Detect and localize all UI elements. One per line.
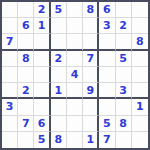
cell-r3c6[interactable]	[83, 34, 99, 50]
cell-r7c8[interactable]	[116, 99, 132, 115]
sudoku-board: 25866132788275421933176585817	[0, 0, 150, 150]
cell-r5c2[interactable]	[18, 67, 34, 83]
cell-r2c9[interactable]	[132, 18, 148, 34]
cell-r2c6[interactable]	[83, 18, 99, 34]
cell-r2c7-given: 3	[99, 18, 115, 34]
cell-r4c6-given: 7	[83, 51, 99, 67]
cell-r1c2[interactable]	[18, 2, 34, 18]
cell-r1c4-given: 5	[51, 2, 67, 18]
cell-r4c8-given: 5	[116, 51, 132, 67]
cell-r9c5[interactable]	[67, 132, 83, 148]
cell-r7c6[interactable]	[83, 99, 99, 115]
cell-r6c9[interactable]	[132, 83, 148, 99]
cell-r5c5-given: 4	[67, 67, 83, 83]
cell-r7c7[interactable]	[99, 99, 115, 115]
cell-r3c4[interactable]	[51, 34, 67, 50]
cell-r8c5[interactable]	[67, 116, 83, 132]
cell-r1c8[interactable]	[116, 2, 132, 18]
cell-r7c5[interactable]	[67, 99, 83, 115]
cell-r8c3-given: 6	[34, 116, 50, 132]
cell-r4c1[interactable]	[2, 51, 18, 67]
cell-r5c7[interactable]	[99, 67, 115, 83]
cell-r5c6[interactable]	[83, 67, 99, 83]
cell-r3c1-given: 7	[2, 34, 18, 50]
cell-r4c9[interactable]	[132, 51, 148, 67]
cell-r6c7[interactable]	[99, 83, 115, 99]
cell-r8c7-given: 5	[99, 116, 115, 132]
cell-r5c8[interactable]	[116, 67, 132, 83]
cell-r2c2-given: 6	[18, 18, 34, 34]
cell-r3c9-given: 8	[132, 34, 148, 50]
cell-r1c5[interactable]	[67, 2, 83, 18]
cell-r5c1[interactable]	[2, 67, 18, 83]
cell-r6c8-given: 3	[116, 83, 132, 99]
cell-r3c3[interactable]	[34, 34, 50, 50]
cell-r6c4-given: 1	[51, 83, 67, 99]
cell-r8c6[interactable]	[83, 116, 99, 132]
cell-r9c3-given: 5	[34, 132, 50, 148]
cell-r9c1[interactable]	[2, 132, 18, 148]
cell-r4c2-given: 8	[18, 51, 34, 67]
cell-r1c1[interactable]	[2, 2, 18, 18]
cell-r9c2[interactable]	[18, 132, 34, 148]
cell-r5c4[interactable]	[51, 67, 67, 83]
cell-r8c2-given: 7	[18, 116, 34, 132]
cell-r2c4[interactable]	[51, 18, 67, 34]
cell-r4c7[interactable]	[99, 51, 115, 67]
cell-r2c5[interactable]	[67, 18, 83, 34]
cell-r8c1[interactable]	[2, 116, 18, 132]
cell-r2c1[interactable]	[2, 18, 18, 34]
cell-r9c4-given: 8	[51, 132, 67, 148]
cell-r1c3-given: 2	[34, 2, 50, 18]
cell-r7c2[interactable]	[18, 99, 34, 115]
cell-r5c9[interactable]	[132, 67, 148, 83]
cell-r7c3[interactable]	[34, 99, 50, 115]
cell-r4c4-given: 2	[51, 51, 67, 67]
cell-r8c8-given: 8	[116, 116, 132, 132]
cell-r9c7-given: 7	[99, 132, 115, 148]
cell-r6c5[interactable]	[67, 83, 83, 99]
cell-r1c6-given: 8	[83, 2, 99, 18]
cell-r7c4[interactable]	[51, 99, 67, 115]
cell-r3c7[interactable]	[99, 34, 115, 50]
cell-r1c7-given: 6	[99, 2, 115, 18]
cell-r3c2[interactable]	[18, 34, 34, 50]
cell-r8c4[interactable]	[51, 116, 67, 132]
cell-r4c3[interactable]	[34, 51, 50, 67]
cell-r6c2-given: 2	[18, 83, 34, 99]
cell-r6c3[interactable]	[34, 83, 50, 99]
cell-r7c9-given: 1	[132, 99, 148, 115]
cell-r4c5[interactable]	[67, 51, 83, 67]
cell-r2c8-given: 2	[116, 18, 132, 34]
cell-r6c1[interactable]	[2, 83, 18, 99]
cell-r1c9[interactable]	[132, 2, 148, 18]
cell-r3c5[interactable]	[67, 34, 83, 50]
cell-r5c3[interactable]	[34, 67, 50, 83]
cell-r6c6-given: 9	[83, 83, 99, 99]
cell-r3c8[interactable]	[116, 34, 132, 50]
cell-r7c1-given: 3	[2, 99, 18, 115]
cell-r2c3-given: 1	[34, 18, 50, 34]
cell-r8c9[interactable]	[132, 116, 148, 132]
cell-r9c6-given: 1	[83, 132, 99, 148]
cell-r9c8[interactable]	[116, 132, 132, 148]
cell-r9c9[interactable]	[132, 132, 148, 148]
